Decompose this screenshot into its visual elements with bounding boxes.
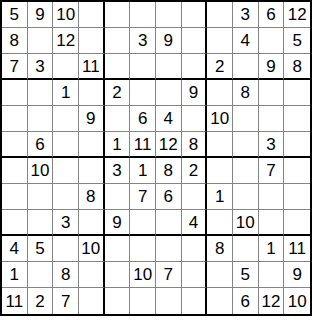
- cell-r8c3[interactable]: [53, 184, 79, 210]
- cell-r2c10[interactable]: 4: [233, 28, 259, 54]
- cell-r1c10[interactable]: 3: [233, 2, 259, 28]
- cell-r9c12[interactable]: [284, 210, 310, 236]
- cell-r3c11[interactable]: 9: [259, 54, 285, 80]
- cell-r3c3[interactable]: [53, 54, 79, 80]
- cell-r11c11[interactable]: [259, 262, 285, 288]
- cell-r8c5[interactable]: [105, 184, 131, 210]
- cell-r10c3[interactable]: [53, 236, 79, 262]
- cell-r5c1[interactable]: [2, 106, 28, 132]
- cell-r7c2[interactable]: 10: [28, 158, 54, 184]
- cell-r7c9[interactable]: [207, 158, 233, 184]
- cell-r6c3[interactable]: [53, 132, 79, 158]
- cell-r6c1[interactable]: [2, 132, 28, 158]
- cell-r3c10[interactable]: [233, 54, 259, 80]
- cell-r10c8[interactable]: [182, 236, 208, 262]
- cell-r11c7[interactable]: 7: [156, 262, 182, 288]
- cell-r9c2[interactable]: [28, 210, 54, 236]
- cell-r5c8[interactable]: [182, 106, 208, 132]
- cell-r2c7[interactable]: 9: [156, 28, 182, 54]
- cell-r8c11[interactable]: [259, 184, 285, 210]
- cell-r12c1[interactable]: 11: [2, 288, 28, 314]
- cell-r5c4[interactable]: 9: [79, 106, 105, 132]
- cell-r9c7[interactable]: [156, 210, 182, 236]
- cell-r9c8[interactable]: 4: [182, 210, 208, 236]
- cell-r10c5[interactable]: [105, 236, 131, 262]
- cell-r4c5[interactable]: 2: [105, 80, 131, 106]
- cell-r2c3[interactable]: 12: [53, 28, 79, 54]
- cell-r12c3[interactable]: 7: [53, 288, 79, 314]
- cell-r1c5[interactable]: [105, 2, 131, 28]
- cell-r12c9[interactable]: [207, 288, 233, 314]
- cell-r8c12[interactable]: [284, 184, 310, 210]
- cell-r5c9[interactable]: 10: [207, 106, 233, 132]
- cell-r3c12[interactable]: 8: [284, 54, 310, 80]
- cell-r7c1[interactable]: [2, 158, 28, 184]
- cell-r11c2[interactable]: [28, 262, 54, 288]
- cell-r6c11[interactable]: 3: [259, 132, 285, 158]
- cell-r5c10[interactable]: [233, 106, 259, 132]
- cell-r11c12[interactable]: 9: [284, 262, 310, 288]
- cell-r12c7[interactable]: [156, 288, 182, 314]
- cell-r5c6[interactable]: 6: [130, 106, 156, 132]
- cell-r7c4[interactable]: [79, 158, 105, 184]
- cell-r7c11[interactable]: 7: [259, 158, 285, 184]
- cell-r1c12[interactable]: 12: [284, 2, 310, 28]
- cell-r4c12[interactable]: [284, 80, 310, 106]
- cell-r6c8[interactable]: 8: [182, 132, 208, 158]
- cell-r3c9[interactable]: 2: [207, 54, 233, 80]
- cell-r3c1[interactable]: 7: [2, 54, 28, 80]
- cell-r10c9[interactable]: 8: [207, 236, 233, 262]
- cell-r4c6[interactable]: [130, 80, 156, 106]
- cell-r11c1[interactable]: 1: [2, 262, 28, 288]
- cell-r10c12[interactable]: 11: [284, 236, 310, 262]
- cell-r1c3[interactable]: 10: [53, 2, 79, 28]
- cell-r4c10[interactable]: 8: [233, 80, 259, 106]
- cell-r6c2[interactable]: 6: [28, 132, 54, 158]
- cell-r1c1[interactable]: 5: [2, 2, 28, 28]
- cell-r1c4[interactable]: [79, 2, 105, 28]
- cell-r11c4[interactable]: [79, 262, 105, 288]
- cell-r12c2[interactable]: 2: [28, 288, 54, 314]
- cell-r5c7[interactable]: 4: [156, 106, 182, 132]
- cell-r11c8[interactable]: [182, 262, 208, 288]
- cell-r4c8[interactable]: 9: [182, 80, 208, 106]
- cell-r2c6[interactable]: 3: [130, 28, 156, 54]
- cell-r11c9[interactable]: [207, 262, 233, 288]
- cell-r10c10[interactable]: [233, 236, 259, 262]
- cell-r1c6[interactable]: [130, 2, 156, 28]
- cell-r9c1[interactable]: [2, 210, 28, 236]
- cell-r2c1[interactable]: 8: [2, 28, 28, 54]
- cell-r3c2[interactable]: 3: [28, 54, 54, 80]
- cell-r8c7[interactable]: 6: [156, 184, 182, 210]
- cell-r2c4[interactable]: [79, 28, 105, 54]
- cell-r6c4[interactable]: [79, 132, 105, 158]
- cell-r9c3[interactable]: 3: [53, 210, 79, 236]
- cell-r6c5[interactable]: 1: [105, 132, 131, 158]
- cell-r12c11[interactable]: 12: [259, 288, 285, 314]
- cell-r7c8[interactable]: 2: [182, 158, 208, 184]
- cell-r2c9[interactable]: [207, 28, 233, 54]
- cell-r12c8[interactable]: [182, 288, 208, 314]
- cell-r4c7[interactable]: [156, 80, 182, 106]
- cell-r1c7[interactable]: [156, 2, 182, 28]
- cell-r4c4[interactable]: [79, 80, 105, 106]
- cell-r5c2[interactable]: [28, 106, 54, 132]
- cell-r11c10[interactable]: 5: [233, 262, 259, 288]
- cell-r12c4[interactable]: [79, 288, 105, 314]
- cell-r8c4[interactable]: 8: [79, 184, 105, 210]
- cell-r9c4[interactable]: [79, 210, 105, 236]
- sudoku-board: 5910361281239457311298129896410611112831…: [0, 0, 312, 316]
- cell-r1c8[interactable]: [182, 2, 208, 28]
- cell-r5c5[interactable]: [105, 106, 131, 132]
- cell-r8c8[interactable]: [182, 184, 208, 210]
- cell-r9c9[interactable]: [207, 210, 233, 236]
- cell-r1c9[interactable]: [207, 2, 233, 28]
- cell-r10c2[interactable]: 5: [28, 236, 54, 262]
- cell-r2c12[interactable]: 5: [284, 28, 310, 54]
- cell-r9c6[interactable]: [130, 210, 156, 236]
- cell-r7c3[interactable]: [53, 158, 79, 184]
- cell-r12c5[interactable]: [105, 288, 131, 314]
- cell-r4c1[interactable]: [2, 80, 28, 106]
- cell-r2c5[interactable]: [105, 28, 131, 54]
- cell-r10c4[interactable]: 10: [79, 236, 105, 262]
- cell-r5c11[interactable]: [259, 106, 285, 132]
- cell-r1c2[interactable]: 9: [28, 2, 54, 28]
- cell-r4c2[interactable]: [28, 80, 54, 106]
- cell-r10c6[interactable]: [130, 236, 156, 262]
- cell-r3c8[interactable]: [182, 54, 208, 80]
- cell-r8c1[interactable]: [2, 184, 28, 210]
- cell-r12c12[interactable]: 10: [284, 288, 310, 314]
- cell-r10c1[interactable]: 4: [2, 236, 28, 262]
- cell-r6c12[interactable]: [284, 132, 310, 158]
- cell-r1c11[interactable]: 6: [259, 2, 285, 28]
- cell-r8c2[interactable]: [28, 184, 54, 210]
- cell-r12c6[interactable]: [130, 288, 156, 314]
- cell-r9c5[interactable]: 9: [105, 210, 131, 236]
- cell-r9c10[interactable]: 10: [233, 210, 259, 236]
- cell-r7c12[interactable]: [284, 158, 310, 184]
- cell-r10c11[interactable]: 1: [259, 236, 285, 262]
- cell-r7c10[interactable]: [233, 158, 259, 184]
- cell-r4c9[interactable]: [207, 80, 233, 106]
- cell-r2c2[interactable]: [28, 28, 54, 54]
- cell-r2c11[interactable]: [259, 28, 285, 54]
- cell-r11c3[interactable]: 8: [53, 262, 79, 288]
- cell-r4c11[interactable]: [259, 80, 285, 106]
- cell-r3c5[interactable]: [105, 54, 131, 80]
- cell-r11c6[interactable]: 10: [130, 262, 156, 288]
- cell-r7c6[interactable]: 1: [130, 158, 156, 184]
- cell-r2c8[interactable]: [182, 28, 208, 54]
- cell-r9c11[interactable]: [259, 210, 285, 236]
- cell-r3c6[interactable]: [130, 54, 156, 80]
- cell-r8c6[interactable]: 7: [130, 184, 156, 210]
- cell-r6c7[interactable]: 12: [156, 132, 182, 158]
- cell-r4c3[interactable]: 1: [53, 80, 79, 106]
- cell-r10c7[interactable]: [156, 236, 182, 262]
- cell-r6c6[interactable]: 11: [130, 132, 156, 158]
- cell-r8c10[interactable]: [233, 184, 259, 210]
- cell-r3c4[interactable]: 11: [79, 54, 105, 80]
- cell-r5c12[interactable]: [284, 106, 310, 132]
- cell-r6c9[interactable]: [207, 132, 233, 158]
- cell-r5c3[interactable]: [53, 106, 79, 132]
- cell-r12c10[interactable]: 6: [233, 288, 259, 314]
- cell-r8c9[interactable]: 1: [207, 184, 233, 210]
- cell-r6c10[interactable]: [233, 132, 259, 158]
- cell-r7c5[interactable]: 3: [105, 158, 131, 184]
- cell-r7c7[interactable]: 8: [156, 158, 182, 184]
- cell-r11c5[interactable]: [105, 262, 131, 288]
- cell-r3c7[interactable]: [156, 54, 182, 80]
